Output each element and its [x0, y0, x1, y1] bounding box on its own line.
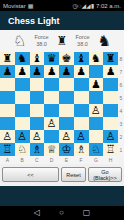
square-f5[interactable]	[74, 91, 89, 104]
back-icon[interactable]: ◁	[34, 209, 40, 217]
square-d3[interactable]: ♙	[44, 117, 59, 130]
reset-button[interactable]: Reset	[61, 167, 86, 182]
black-knight-piece: ♞	[17, 53, 27, 64]
black-force-value: 38.0	[75, 41, 89, 48]
go-black-button[interactable]: Go (Black)>>	[88, 167, 122, 182]
white-rook-piece: ♖	[2, 144, 12, 155]
square-c7[interactable]: ♟	[30, 65, 45, 78]
phone-screen: Movistar ▦ ◷◌◢◢▮ 7:02 a.m. Chess Light ♘…	[0, 0, 124, 220]
square-h2[interactable]: ♙	[103, 130, 118, 143]
square-g8[interactable]: ♞	[89, 52, 104, 65]
app-bar: Chess Light	[0, 11, 124, 30]
white-knight-piece: ♘	[91, 144, 101, 155]
rank-label-3: 3	[120, 121, 123, 127]
square-b4[interactable]	[15, 104, 30, 117]
file-labels: ABCDEFGH	[0, 156, 118, 164]
black-pawn-piece: ♟	[32, 66, 42, 77]
square-b7[interactable]: ♟	[15, 65, 30, 78]
white-knight-icon: ♘	[13, 34, 26, 49]
white-force-value: 38.0	[35, 41, 49, 48]
black-king-piece: ♚	[61, 53, 71, 64]
black-force-indicator: Force 38.0	[75, 34, 89, 47]
square-b5[interactable]	[15, 91, 30, 104]
black-bishop-piece: ♝	[32, 53, 42, 64]
square-e5[interactable]	[59, 91, 74, 104]
square-d2[interactable]	[44, 130, 59, 143]
rank-label-1: 1	[120, 147, 123, 153]
white-knight-piece: ♘	[17, 144, 27, 155]
white-king-piece: ♔	[61, 144, 71, 155]
battery-icon: ▮	[91, 3, 94, 9]
square-g7[interactable]	[89, 65, 104, 78]
app-title: Chess Light	[8, 16, 60, 26]
square-f3[interactable]	[74, 117, 89, 130]
white-force-indicator: Force 38.0	[35, 34, 49, 47]
board-area: ♜♞♝♛♚♝♞♜♟♟♟♟♟♟♟♟♙♙♙♙♙♙♙♙♖♘♗♕♔♗♘♖ 8765432…	[0, 52, 124, 156]
clock-label: 7:02 a.m.	[96, 3, 121, 9]
square-a6[interactable]	[0, 78, 15, 91]
black-bishop-piece: ♝	[76, 53, 86, 64]
force-panel: ♘ Force 38.0 ♜ Force 38.0 ♞	[0, 30, 124, 52]
controls-bar: << Reset Go (Black)>>	[0, 164, 124, 186]
square-d8[interactable]: ♛	[44, 52, 59, 65]
square-b8[interactable]: ♞	[15, 52, 30, 65]
square-a5[interactable]	[0, 91, 15, 104]
square-a4[interactable]	[0, 104, 15, 117]
white-bishop-piece: ♗	[32, 144, 42, 155]
square-g2[interactable]	[89, 130, 104, 143]
recents-icon[interactable]: ▢	[83, 209, 91, 217]
rank-label-5: 5	[120, 95, 123, 101]
square-f4[interactable]	[74, 104, 89, 117]
black-knight-icon: ♞	[98, 34, 111, 49]
white-pawn-piece: ♙	[91, 105, 101, 116]
black-queen-piece: ♛	[47, 53, 57, 64]
sim-grid-icon: ▦	[28, 3, 34, 9]
square-g4[interactable]: ♙	[89, 104, 104, 117]
black-pawn-piece: ♟	[2, 66, 12, 77]
carrier-label: Movistar	[3, 3, 26, 9]
rank-label-4: 4	[120, 108, 123, 114]
status-icons: ◷◌◢◢▮	[73, 3, 94, 9]
square-f2[interactable]: ♙	[74, 130, 89, 143]
square-c6[interactable]	[30, 78, 45, 91]
square-f7[interactable]: ♟	[74, 65, 89, 78]
black-rook-piece: ♜	[106, 53, 116, 64]
white-pawn-piece: ♙	[32, 131, 42, 142]
square-a8[interactable]: ♜	[0, 52, 15, 65]
rank-label-8: 8	[120, 56, 123, 62]
black-pawn-piece: ♟	[61, 66, 71, 77]
square-b6[interactable]	[15, 78, 30, 91]
android-nav-bar: ◁ ○ ▢	[0, 206, 124, 220]
black-rook-piece: ♜	[2, 53, 12, 64]
square-c3[interactable]	[30, 117, 45, 130]
square-b1[interactable]: ♘	[15, 143, 30, 156]
square-e6[interactable]	[59, 78, 74, 91]
square-f6[interactable]	[74, 78, 89, 91]
square-g1[interactable]: ♘	[89, 143, 104, 156]
square-a1[interactable]: ♖	[0, 143, 15, 156]
white-pawn-piece: ♙	[61, 131, 71, 142]
square-e1[interactable]: ♔	[59, 143, 74, 156]
black-rook-icon: ♜	[57, 35, 68, 47]
white-pawn-piece: ♙	[47, 118, 57, 129]
square-d1[interactable]: ♕	[44, 143, 59, 156]
white-pawn-piece: ♙	[2, 131, 12, 142]
square-e8[interactable]: ♚	[59, 52, 74, 65]
file-label-a: A	[0, 156, 15, 164]
black-pawn-piece: ♟	[91, 79, 101, 90]
file-label-g: G	[89, 156, 104, 164]
square-h6[interactable]	[103, 78, 118, 91]
square-e7[interactable]: ♟	[59, 65, 74, 78]
square-g5[interactable]	[89, 91, 104, 104]
square-h7[interactable]: ♟	[103, 65, 118, 78]
square-c4[interactable]	[30, 104, 45, 117]
square-c8[interactable]: ♝	[30, 52, 45, 65]
file-label-b: B	[15, 156, 30, 164]
app-background-fill	[0, 186, 124, 206]
undo-button[interactable]: <<	[2, 167, 59, 182]
black-pawn-piece: ♟	[76, 66, 86, 77]
white-queen-piece: ♕	[47, 144, 57, 155]
file-label-c: C	[30, 156, 45, 164]
square-g3[interactable]	[89, 117, 104, 130]
black-pawn-piece: ♟	[106, 66, 116, 77]
home-icon[interactable]: ○	[59, 209, 64, 217]
square-h8[interactable]: ♜	[103, 52, 118, 65]
square-h4[interactable]	[103, 104, 118, 117]
square-g6[interactable]: ♟	[89, 78, 104, 91]
black-force-label: Force	[75, 34, 89, 41]
black-pawn-piece: ♟	[47, 66, 57, 77]
square-c5[interactable]	[30, 91, 45, 104]
square-e2[interactable]: ♙	[59, 130, 74, 143]
white-pawn-piece: ♙	[76, 131, 86, 142]
square-c2[interactable]: ♙	[30, 130, 45, 143]
file-label-h: H	[103, 156, 118, 164]
white-rook-piece: ♖	[106, 144, 116, 155]
square-c1[interactable]: ♗	[30, 143, 45, 156]
square-d5[interactable]	[44, 91, 59, 104]
file-label-e: E	[59, 156, 74, 164]
rank-label-6: 6	[120, 82, 123, 88]
square-h1[interactable]: ♖	[103, 143, 118, 156]
square-a2[interactable]: ♙	[0, 130, 15, 143]
rank-label-7: 7	[120, 69, 123, 75]
square-d4[interactable]	[44, 104, 59, 117]
square-f8[interactable]: ♝	[74, 52, 89, 65]
rank-label-2: 2	[120, 134, 123, 140]
square-f1[interactable]: ♗	[74, 143, 89, 156]
square-e4[interactable]	[59, 104, 74, 117]
square-a7[interactable]: ♟	[0, 65, 15, 78]
white-pawn-piece: ♙	[106, 131, 116, 142]
square-d6[interactable]	[44, 78, 59, 91]
rank-labels: 87654321	[118, 52, 124, 156]
square-e3[interactable]	[59, 117, 74, 130]
square-a3[interactable]	[0, 117, 15, 130]
black-knight-piece: ♞	[91, 53, 101, 64]
white-force-label: Force	[35, 34, 49, 41]
white-pawn-piece: ♙	[17, 131, 27, 142]
square-h5[interactable]	[103, 91, 118, 104]
status-bar: Movistar ▦ ◷◌◢◢▮ 7:02 a.m.	[0, 0, 124, 11]
black-pawn-piece: ♟	[17, 66, 27, 77]
square-b2[interactable]: ♙	[15, 130, 30, 143]
square-d7[interactable]: ♟	[44, 65, 59, 78]
file-label-f: F	[74, 156, 89, 164]
white-bishop-piece: ♗	[76, 144, 86, 155]
chess-board: ♜♞♝♛♚♝♞♜♟♟♟♟♟♟♟♟♙♙♙♙♙♙♙♙♖♘♗♕♔♗♘♖	[0, 52, 118, 156]
file-label-d: D	[44, 156, 59, 164]
square-h3[interactable]	[103, 117, 118, 130]
square-b3[interactable]	[15, 117, 30, 130]
